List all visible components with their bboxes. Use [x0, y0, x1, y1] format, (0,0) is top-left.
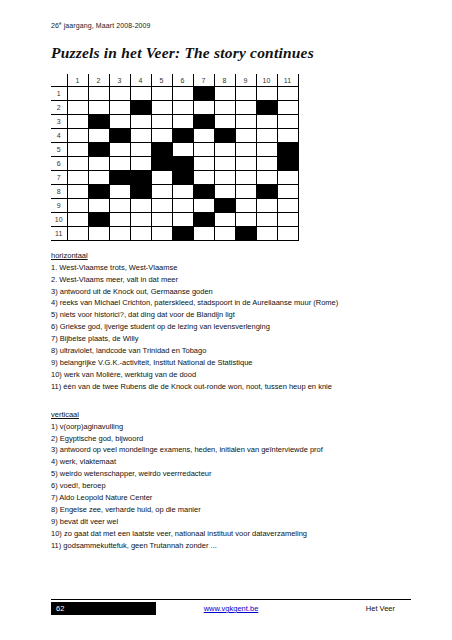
white-cell-r9c7 [193, 198, 214, 212]
white-cell-r3c1 [67, 114, 88, 128]
white-cell-r3c5 [151, 114, 172, 128]
white-cell-r7c8 [214, 170, 235, 184]
clue-vertical-6: 6) voed!, beroep [51, 480, 411, 492]
clue-vertical-7: 7) Aldo Leopold Nature Center [51, 492, 411, 504]
white-cell-r4c10 [256, 128, 277, 142]
white-cell-r5c7 [193, 142, 214, 156]
white-cell-r3c4 [130, 114, 151, 128]
white-cell-r3c3 [109, 114, 130, 128]
white-cell-r8c3 [109, 184, 130, 198]
white-cell-r4c11 [277, 128, 298, 142]
white-cell-r7c1 [67, 170, 88, 184]
vertical-clue-list: 1) v(oorp)aginavulling2) Egyptische god,… [51, 421, 411, 552]
white-cell-r6c4 [130, 156, 151, 170]
row-label-6: 6 [51, 156, 67, 170]
white-cell-r3c8 [214, 114, 235, 128]
clue-horizontal-2: 2. West-Vlaams meer, valt in dat meer [51, 274, 411, 286]
black-cell-r7c3 [109, 170, 130, 184]
grid-row-6: 6 [51, 156, 298, 170]
publication-name: Het Veer [366, 602, 395, 615]
clue-horizontal-7: 7) Bijbelse plaats, de Willy [51, 333, 411, 345]
row-label-3: 3 [51, 114, 67, 128]
grid-row-5: 5 [51, 142, 298, 156]
black-cell-r3c2 [88, 114, 109, 128]
white-cell-r10c1 [67, 212, 88, 226]
grid-row-8: 8 [51, 184, 298, 198]
white-cell-r11c10 [256, 226, 277, 240]
white-cell-r1c9 [235, 86, 256, 100]
grid-row-4: 4 [51, 128, 298, 142]
white-cell-r8c1 [67, 184, 88, 198]
white-cell-r11c11 [277, 226, 298, 240]
vertical-clues-section: verticaal 1) v(oorp)aginavulling2) Egypt… [51, 409, 411, 552]
row-label-5: 5 [51, 142, 67, 156]
white-cell-r3c6 [172, 114, 193, 128]
white-cell-r3c11 [277, 114, 298, 128]
white-cell-r8c9 [235, 184, 256, 198]
clue-vertical-8: 8) Engelse zee, verharde huid, op die ma… [51, 504, 411, 516]
vertical-heading: verticaal [51, 409, 411, 421]
clue-vertical-3: 3) antwoord op veel mondelinge examens, … [51, 444, 411, 456]
black-cell-r11c9 [235, 226, 256, 240]
white-cell-r9c11 [277, 198, 298, 212]
white-cell-r1c4 [130, 86, 151, 100]
issue-rest: jaargang, Maart 2008-2009 [62, 22, 151, 29]
white-cell-r1c8 [214, 86, 235, 100]
white-cell-r5c8 [214, 142, 235, 156]
black-cell-r10c2 [88, 212, 109, 226]
white-cell-r5c1 [67, 142, 88, 156]
white-cell-r8c5 [151, 184, 172, 198]
black-cell-r2c10 [256, 100, 277, 114]
clue-vertical-2: 2) Egyptische god, bijwoord [51, 433, 411, 445]
black-cell-r6c5 [151, 156, 172, 170]
white-cell-r5c9 [235, 142, 256, 156]
row-label-2: 2 [51, 100, 67, 114]
white-cell-r5c6 [172, 142, 193, 156]
white-cell-r1c10 [256, 86, 277, 100]
black-cell-r8c10 [256, 184, 277, 198]
clue-horizontal-6: 6) Griekse god, ijverige student op de l… [51, 321, 411, 333]
white-cell-r9c9 [235, 198, 256, 212]
crossword-grid: 12345678910111234567891011 [51, 74, 299, 241]
white-cell-r6c2 [88, 156, 109, 170]
white-cell-r4c9 [235, 128, 256, 142]
white-cell-r11c1 [67, 226, 88, 240]
black-cell-r11c6 [172, 226, 193, 240]
grid-corner [51, 74, 67, 86]
grid-row-7: 7 [51, 170, 298, 184]
white-cell-r4c7 [193, 128, 214, 142]
white-cell-r6c1 [67, 156, 88, 170]
col-header-8: 8 [214, 74, 235, 86]
white-cell-r7c11 [277, 170, 298, 184]
horizontal-heading: horizontaal [51, 250, 411, 262]
white-cell-r2c6 [172, 100, 193, 114]
horizontal-clues-section: horizontaal 1. West-Vlaamse trots, West-… [51, 250, 411, 393]
black-cell-r4c3 [109, 128, 130, 142]
black-cell-r9c8 [214, 198, 235, 212]
white-cell-r9c10 [256, 198, 277, 212]
black-cell-r10c7 [193, 212, 214, 226]
grid-row-11: 11 [51, 226, 298, 240]
white-cell-r10c8 [214, 212, 235, 226]
white-cell-r10c4 [130, 212, 151, 226]
black-cell-r4c6 [172, 128, 193, 142]
white-cell-r11c5 [151, 226, 172, 240]
black-cell-r5c2 [88, 142, 109, 156]
page-title: Puzzels in het Veer: The story continues [51, 44, 411, 62]
white-cell-r9c2 [88, 198, 109, 212]
white-cell-r1c3 [109, 86, 130, 100]
white-cell-r3c10 [256, 114, 277, 128]
row-label-8: 8 [51, 184, 67, 198]
col-header-6: 6 [172, 74, 193, 86]
black-cell-r5c11 [277, 142, 298, 156]
white-cell-r6c9 [235, 156, 256, 170]
col-header-11: 11 [277, 74, 298, 86]
col-header-3: 3 [109, 74, 130, 86]
white-cell-r9c6 [172, 198, 193, 212]
black-cell-r2c4 [130, 100, 151, 114]
black-cell-r3c7 [193, 114, 214, 128]
row-label-1: 1 [51, 86, 67, 100]
clue-vertical-9: 9) bevat dit veer wel [51, 516, 411, 528]
white-cell-r11c3 [109, 226, 130, 240]
footer-row: 62 www.vgkgent.be Het Veer [51, 602, 411, 615]
clue-vertical-5: 5) weirdo wetenschapper, weirdo veerrred… [51, 468, 411, 480]
white-cell-r11c4 [130, 226, 151, 240]
white-cell-r6c10 [256, 156, 277, 170]
white-cell-r4c4 [130, 128, 151, 142]
white-cell-r1c2 [88, 86, 109, 100]
clue-vertical-4: 4) werk, vlaktemaat [51, 456, 411, 468]
row-label-4: 4 [51, 128, 67, 142]
white-cell-r1c11 [277, 86, 298, 100]
black-cell-r1c7 [193, 86, 214, 100]
white-cell-r7c9 [235, 170, 256, 184]
white-cell-r11c8 [214, 226, 235, 240]
white-cell-r4c5 [151, 128, 172, 142]
black-cell-r6c11 [277, 156, 298, 170]
white-cell-r9c1 [67, 198, 88, 212]
col-header-2: 2 [88, 74, 109, 86]
journal-header: 26e jaargang, Maart 2008-2009 [51, 21, 411, 29]
white-cell-r7c2 [88, 170, 109, 184]
white-cell-r2c1 [67, 100, 88, 114]
clue-horizontal-11: 11) één van de twee Rubens die de Knock … [51, 381, 411, 393]
white-cell-r4c2 [88, 128, 109, 142]
white-cell-r1c1 [67, 86, 88, 100]
crossword-grid-body: 12345678910111234567891011 [51, 74, 298, 240]
clue-horizontal-10: 10) werk van Molière, werktuig van de do… [51, 369, 411, 381]
clue-horizontal-8: 8) ultraviolet, landcode van Trinidad en… [51, 345, 411, 357]
white-cell-r8c11 [277, 184, 298, 198]
white-cell-r2c8 [214, 100, 235, 114]
white-cell-r8c6 [172, 184, 193, 198]
white-cell-r2c2 [88, 100, 109, 114]
white-cell-r9c3 [109, 198, 130, 212]
white-cell-r10c3 [109, 212, 130, 226]
grid-row-2: 2 [51, 100, 298, 114]
clue-horizontal-5: 5) niets voor historici?, dat ding dat v… [51, 309, 411, 321]
col-header-4: 4 [130, 74, 151, 86]
col-header-5: 5 [151, 74, 172, 86]
white-cell-r10c11 [277, 212, 298, 226]
black-cell-r5c5 [151, 142, 172, 156]
clue-horizontal-3: 3) antwoord uit de Knock out, Germaanse … [51, 286, 411, 298]
white-cell-r7c7 [193, 170, 214, 184]
grid-row-10: 10 [51, 212, 298, 226]
white-cell-r5c10 [256, 142, 277, 156]
white-cell-r6c7 [193, 156, 214, 170]
white-cell-r1c5 [151, 86, 172, 100]
grid-row-9: 9 [51, 198, 298, 212]
white-cell-r2c3 [109, 100, 130, 114]
white-cell-r11c2 [88, 226, 109, 240]
white-cell-r10c9 [235, 212, 256, 226]
white-cell-r7c10 [256, 170, 277, 184]
row-label-7: 7 [51, 170, 67, 184]
clue-vertical-11: 11) godsammekuttefuk, geen Trutannah zon… [51, 540, 411, 552]
white-cell-r1c6 [172, 86, 193, 100]
white-cell-r2c9 [235, 100, 256, 114]
clue-vertical-10: 10) zo gaat dat met een laatste veer, na… [51, 528, 411, 540]
horizontal-clue-list: 1. West-Vlaamse trots, West-Vlaamse2. We… [51, 262, 411, 393]
clue-horizontal-4: 4) reeks van Michael Crichton, paterskle… [51, 297, 411, 309]
black-cell-r7c6 [172, 170, 193, 184]
black-cell-r8c4 [130, 184, 151, 198]
row-label-9: 9 [51, 198, 67, 212]
document-page: 26e jaargang, Maart 2008-2009 Puzzels in… [0, 0, 452, 552]
black-cell-r7c4 [130, 170, 151, 184]
clue-horizontal-1: 1. West-Vlaamse trots, West-Vlaamse [51, 262, 411, 274]
white-cell-r10c10 [256, 212, 277, 226]
col-header-7: 7 [193, 74, 214, 86]
white-cell-r5c3 [109, 142, 130, 156]
footer-rule [51, 599, 411, 600]
white-cell-r10c6 [172, 212, 193, 226]
black-cell-r6c6 [172, 156, 193, 170]
white-cell-r9c5 [151, 198, 172, 212]
white-cell-r8c8 [214, 184, 235, 198]
white-cell-r2c5 [151, 100, 172, 114]
black-cell-r4c8 [214, 128, 235, 142]
white-cell-r11c7 [193, 226, 214, 240]
white-cell-r7c5 [151, 170, 172, 184]
white-cell-r6c8 [214, 156, 235, 170]
grid-row-3: 3 [51, 114, 298, 128]
white-cell-r10c5 [151, 212, 172, 226]
clue-vertical-1: 1) v(oorp)aginavulling [51, 421, 411, 433]
white-cell-r3c9 [235, 114, 256, 128]
black-cell-r8c2 [88, 184, 109, 198]
issue-number: 26 [51, 22, 59, 29]
white-cell-r9c4 [130, 198, 151, 212]
clue-horizontal-9: 9) belangrijke V.G.K.-activiteit, Instit… [51, 357, 411, 369]
white-cell-r4c1 [67, 128, 88, 142]
col-header-9: 9 [235, 74, 256, 86]
col-header-10: 10 [256, 74, 277, 86]
website-link[interactable]: www.vgkgent.be [51, 602, 411, 615]
white-cell-r6c3 [109, 156, 130, 170]
row-label-11: 11 [51, 226, 67, 240]
grid-row-1: 1 [51, 86, 298, 100]
page-footer: 62 www.vgkgent.be Het Veer [51, 599, 411, 615]
white-cell-r2c11 [277, 100, 298, 114]
col-header-1: 1 [67, 74, 88, 86]
grid-header-row: 1234567891011 [51, 74, 298, 86]
row-label-10: 10 [51, 212, 67, 226]
black-cell-r8c7 [193, 184, 214, 198]
white-cell-r2c7 [193, 100, 214, 114]
white-cell-r5c4 [130, 142, 151, 156]
